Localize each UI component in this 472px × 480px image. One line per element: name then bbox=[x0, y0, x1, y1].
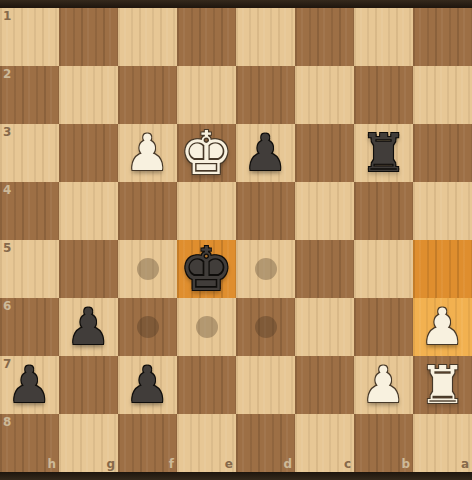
piece-black-king-e5[interactable]: ♚ bbox=[177, 240, 236, 298]
piece-white-pawn-b7[interactable]: ♟ bbox=[354, 356, 413, 414]
board-frame-top bbox=[0, 0, 472, 8]
square-c4[interactable] bbox=[295, 182, 354, 240]
square-e4[interactable] bbox=[177, 182, 236, 240]
square-a6-last-move-to[interactable]: ♟ bbox=[413, 298, 472, 356]
square-e7[interactable] bbox=[177, 356, 236, 414]
piece-black-pawn-g6[interactable]: ♟ bbox=[59, 298, 118, 356]
square-h4[interactable]: 4 bbox=[0, 182, 59, 240]
square-d4[interactable] bbox=[236, 182, 295, 240]
file-label-d: d bbox=[283, 458, 292, 470]
square-d2[interactable] bbox=[236, 66, 295, 124]
square-b8[interactable]: b bbox=[354, 414, 413, 472]
square-h2[interactable]: 2 bbox=[0, 66, 59, 124]
square-a8[interactable]: a bbox=[413, 414, 472, 472]
square-b3[interactable]: ♜ bbox=[354, 124, 413, 182]
square-a2[interactable] bbox=[413, 66, 472, 124]
square-c6[interactable] bbox=[295, 298, 354, 356]
square-d7[interactable] bbox=[236, 356, 295, 414]
square-c2[interactable] bbox=[295, 66, 354, 124]
move-hint-dot-f5[interactable] bbox=[137, 258, 159, 280]
piece-black-pawn-d3[interactable]: ♟ bbox=[236, 124, 295, 182]
rank-label-4: 4 bbox=[3, 184, 11, 196]
rank-label-8: 8 bbox=[3, 416, 11, 428]
square-g7[interactable] bbox=[59, 356, 118, 414]
file-label-b: b bbox=[401, 458, 410, 470]
square-d8[interactable]: d bbox=[236, 414, 295, 472]
square-b2[interactable] bbox=[354, 66, 413, 124]
square-g4[interactable] bbox=[59, 182, 118, 240]
square-f3[interactable]: ♟ bbox=[118, 124, 177, 182]
square-g8[interactable]: g bbox=[59, 414, 118, 472]
rank-label-5: 5 bbox=[3, 242, 11, 254]
move-hint-dot-e6[interactable] bbox=[196, 316, 218, 338]
square-b1[interactable] bbox=[354, 8, 413, 66]
board-frame-bottom bbox=[0, 472, 472, 480]
move-hint-dot-d5[interactable] bbox=[255, 258, 277, 280]
square-e6[interactable] bbox=[177, 298, 236, 356]
square-d3[interactable]: ♟ bbox=[236, 124, 295, 182]
square-f6[interactable] bbox=[118, 298, 177, 356]
square-b5[interactable] bbox=[354, 240, 413, 298]
square-f4[interactable] bbox=[118, 182, 177, 240]
square-c5[interactable] bbox=[295, 240, 354, 298]
file-label-f: f bbox=[169, 458, 174, 470]
square-d5[interactable] bbox=[236, 240, 295, 298]
square-f2[interactable] bbox=[118, 66, 177, 124]
square-h8[interactable]: 8h bbox=[0, 414, 59, 472]
square-e5-selected[interactable]: ♚ bbox=[177, 240, 236, 298]
square-e8[interactable]: e bbox=[177, 414, 236, 472]
square-b7[interactable]: ♟ bbox=[354, 356, 413, 414]
rank-label-2: 2 bbox=[3, 68, 11, 80]
chess-app: 123♟♚♟♜45♚6♟♟7♟♟♟♜8hgfedcba bbox=[0, 0, 472, 480]
square-d6[interactable] bbox=[236, 298, 295, 356]
square-h5[interactable]: 5 bbox=[0, 240, 59, 298]
square-a7[interactable]: ♜ bbox=[413, 356, 472, 414]
square-g3[interactable] bbox=[59, 124, 118, 182]
square-a1[interactable] bbox=[413, 8, 472, 66]
square-h7[interactable]: 7♟ bbox=[0, 356, 59, 414]
piece-black-pawn-f7[interactable]: ♟ bbox=[118, 356, 177, 414]
square-g1[interactable] bbox=[59, 8, 118, 66]
file-label-c: c bbox=[344, 458, 351, 470]
square-e3[interactable]: ♚ bbox=[177, 124, 236, 182]
piece-white-king-e3[interactable]: ♚ bbox=[177, 124, 236, 182]
rank-label-3: 3 bbox=[3, 126, 11, 138]
square-c7[interactable] bbox=[295, 356, 354, 414]
square-g5[interactable] bbox=[59, 240, 118, 298]
square-h3[interactable]: 3 bbox=[0, 124, 59, 182]
square-h6[interactable]: 6 bbox=[0, 298, 59, 356]
square-b6[interactable] bbox=[354, 298, 413, 356]
square-c1[interactable] bbox=[295, 8, 354, 66]
file-label-h: h bbox=[47, 458, 56, 470]
square-f5[interactable] bbox=[118, 240, 177, 298]
file-label-g: g bbox=[106, 458, 115, 470]
file-label-e: e bbox=[225, 458, 233, 470]
move-hint-dot-d6[interactable] bbox=[255, 316, 277, 338]
square-b4[interactable] bbox=[354, 182, 413, 240]
chess-board[interactable]: 123♟♚♟♜45♚6♟♟7♟♟♟♜8hgfedcba bbox=[0, 8, 472, 472]
square-d1[interactable] bbox=[236, 8, 295, 66]
square-g2[interactable] bbox=[59, 66, 118, 124]
file-label-a: a bbox=[461, 458, 469, 470]
square-a4[interactable] bbox=[413, 182, 472, 240]
rank-label-1: 1 bbox=[3, 10, 11, 22]
square-a5-last-move-from[interactable] bbox=[413, 240, 472, 298]
piece-white-rook-a7[interactable]: ♜ bbox=[413, 356, 472, 414]
square-g6[interactable]: ♟ bbox=[59, 298, 118, 356]
square-c8[interactable]: c bbox=[295, 414, 354, 472]
square-f1[interactable] bbox=[118, 8, 177, 66]
square-a3[interactable] bbox=[413, 124, 472, 182]
square-c3[interactable] bbox=[295, 124, 354, 182]
square-e2[interactable] bbox=[177, 66, 236, 124]
square-f8[interactable]: f bbox=[118, 414, 177, 472]
piece-black-pawn-h7[interactable]: ♟ bbox=[0, 356, 59, 414]
square-e1[interactable] bbox=[177, 8, 236, 66]
piece-white-pawn-a6[interactable]: ♟ bbox=[413, 298, 472, 356]
square-h1[interactable]: 1 bbox=[0, 8, 59, 66]
move-hint-dot-f6[interactable] bbox=[137, 316, 159, 338]
rank-label-6: 6 bbox=[3, 300, 11, 312]
piece-white-pawn-f3[interactable]: ♟ bbox=[118, 124, 177, 182]
piece-black-rook-b3[interactable]: ♜ bbox=[354, 124, 413, 182]
square-f7[interactable]: ♟ bbox=[118, 356, 177, 414]
